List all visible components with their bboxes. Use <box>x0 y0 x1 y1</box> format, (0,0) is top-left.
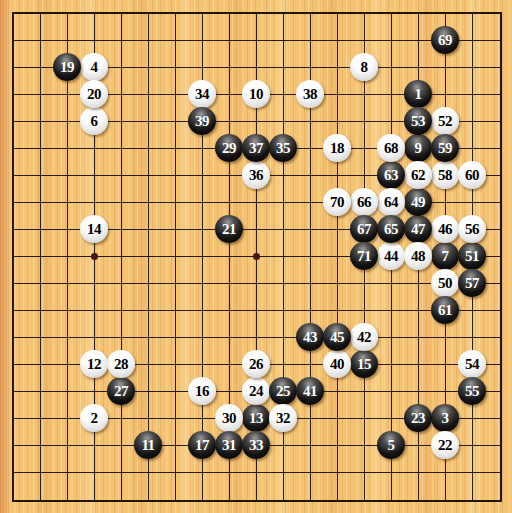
move-number: 43 <box>303 330 317 345</box>
stone-white-O7: 42 <box>350 323 378 351</box>
stone-black-R4: 3 <box>431 404 459 432</box>
stone-black-P13: 63 <box>377 161 405 189</box>
move-number: 2 <box>91 411 98 426</box>
move-number: 48 <box>411 249 425 264</box>
stone-white-L4: 32 <box>269 404 297 432</box>
stone-white-D6: 12 <box>80 350 108 378</box>
stone-white-K16: 10 <box>242 80 270 108</box>
stone-black-S10: 51 <box>458 242 486 270</box>
move-number: 19 <box>60 60 74 75</box>
move-number: 21 <box>222 222 236 237</box>
stone-black-R18: 69 <box>431 26 459 54</box>
stone-black-H15: 39 <box>188 107 216 135</box>
move-number: 45 <box>330 330 344 345</box>
stone-black-O6: 15 <box>350 350 378 378</box>
move-number: 62 <box>411 168 425 183</box>
stone-black-P3: 5 <box>377 431 405 459</box>
grid-line-horizontal <box>13 310 500 311</box>
stone-white-O17: 8 <box>350 53 378 81</box>
move-number: 25 <box>276 384 290 399</box>
stone-black-N7: 45 <box>323 323 351 351</box>
move-number: 51 <box>465 249 479 264</box>
stone-black-P11: 65 <box>377 215 405 243</box>
stone-white-D4: 2 <box>80 404 108 432</box>
move-number: 17 <box>195 438 209 453</box>
stone-white-Q10: 48 <box>404 242 432 270</box>
stone-white-M16: 38 <box>296 80 324 108</box>
move-number: 22 <box>438 438 452 453</box>
stone-white-D16: 20 <box>80 80 108 108</box>
move-number: 68 <box>384 141 398 156</box>
stone-white-N14: 18 <box>323 134 351 162</box>
star-point <box>91 253 98 260</box>
go-board[interactable]: 1234567891011121314151617181920212223242… <box>0 0 512 513</box>
stone-black-R8: 61 <box>431 296 459 324</box>
stone-white-R13: 58 <box>431 161 459 189</box>
move-number: 50 <box>438 276 452 291</box>
move-number: 7 <box>442 249 449 264</box>
stone-black-Q4: 23 <box>404 404 432 432</box>
stone-black-J11: 21 <box>215 215 243 243</box>
move-number: 37 <box>249 141 263 156</box>
move-number: 28 <box>114 357 128 372</box>
move-number: 44 <box>384 249 398 264</box>
move-number: 36 <box>249 168 263 183</box>
move-number: 15 <box>357 357 371 372</box>
stone-white-S11: 56 <box>458 215 486 243</box>
stone-white-P14: 68 <box>377 134 405 162</box>
stone-white-E6: 28 <box>107 350 135 378</box>
stone-black-Q11: 47 <box>404 215 432 243</box>
move-number: 57 <box>465 276 479 291</box>
stone-black-O10: 71 <box>350 242 378 270</box>
stone-white-D15: 6 <box>80 107 108 135</box>
move-number: 31 <box>222 438 236 453</box>
move-number: 61 <box>438 303 452 318</box>
stone-white-R11: 46 <box>431 215 459 243</box>
stone-black-Q12: 49 <box>404 188 432 216</box>
grid-line-vertical <box>337 13 338 500</box>
move-number: 1 <box>415 87 422 102</box>
stone-black-F3: 11 <box>134 431 162 459</box>
stone-white-R15: 52 <box>431 107 459 135</box>
move-number: 71 <box>357 249 371 264</box>
move-number: 35 <box>276 141 290 156</box>
stone-black-K4: 13 <box>242 404 270 432</box>
stone-black-Q14: 9 <box>404 134 432 162</box>
move-number: 4 <box>91 60 98 75</box>
move-number: 53 <box>411 114 425 129</box>
stone-black-O11: 67 <box>350 215 378 243</box>
move-number: 46 <box>438 222 452 237</box>
move-number: 40 <box>330 357 344 372</box>
move-number: 29 <box>222 141 236 156</box>
stone-white-N12: 70 <box>323 188 351 216</box>
stone-black-K3: 33 <box>242 431 270 459</box>
stone-white-N6: 40 <box>323 350 351 378</box>
stone-white-P10: 44 <box>377 242 405 270</box>
stone-black-R10: 7 <box>431 242 459 270</box>
move-number: 67 <box>357 222 371 237</box>
stone-white-D17: 4 <box>80 53 108 81</box>
stone-black-E5: 27 <box>107 377 135 405</box>
stone-black-J3: 31 <box>215 431 243 459</box>
move-number: 65 <box>384 222 398 237</box>
stone-white-K5: 24 <box>242 377 270 405</box>
move-number: 58 <box>438 168 452 183</box>
move-number: 66 <box>357 195 371 210</box>
stone-white-Q13: 62 <box>404 161 432 189</box>
stone-black-M5: 41 <box>296 377 324 405</box>
move-number: 30 <box>222 411 236 426</box>
grid-line-horizontal <box>13 337 500 338</box>
stone-black-L14: 35 <box>269 134 297 162</box>
move-number: 39 <box>195 114 209 129</box>
stone-black-L5: 25 <box>269 377 297 405</box>
move-number: 9 <box>415 141 422 156</box>
stone-white-J4: 30 <box>215 404 243 432</box>
stone-white-K6: 26 <box>242 350 270 378</box>
stone-white-H5: 16 <box>188 377 216 405</box>
move-number: 13 <box>249 411 263 426</box>
move-number: 56 <box>465 222 479 237</box>
move-number: 20 <box>87 87 101 102</box>
move-number: 60 <box>465 168 479 183</box>
move-number: 18 <box>330 141 344 156</box>
grid-line-horizontal <box>13 472 500 473</box>
move-number: 47 <box>411 222 425 237</box>
move-number: 38 <box>303 87 317 102</box>
stone-black-S5: 55 <box>458 377 486 405</box>
stone-black-J14: 29 <box>215 134 243 162</box>
stone-white-P12: 64 <box>377 188 405 216</box>
stone-black-S9: 57 <box>458 269 486 297</box>
move-number: 14 <box>87 222 101 237</box>
move-number: 52 <box>438 114 452 129</box>
move-number: 24 <box>249 384 263 399</box>
stone-white-S13: 60 <box>458 161 486 189</box>
move-number: 3 <box>442 411 449 426</box>
stone-black-Q16: 1 <box>404 80 432 108</box>
move-number: 59 <box>438 141 452 156</box>
stone-white-S6: 54 <box>458 350 486 378</box>
move-number: 5 <box>388 438 395 453</box>
move-number: 6 <box>91 114 98 129</box>
stone-white-R3: 22 <box>431 431 459 459</box>
move-number: 42 <box>357 330 371 345</box>
move-number: 69 <box>438 33 452 48</box>
move-number: 23 <box>411 411 425 426</box>
move-number: 55 <box>465 384 479 399</box>
move-number: 54 <box>465 357 479 372</box>
move-number: 64 <box>384 195 398 210</box>
stone-black-K14: 37 <box>242 134 270 162</box>
stone-black-C17: 19 <box>53 53 81 81</box>
move-number: 34 <box>195 87 209 102</box>
stone-white-D11: 14 <box>80 215 108 243</box>
move-number: 16 <box>195 384 209 399</box>
stone-black-Q15: 53 <box>404 107 432 135</box>
move-number: 33 <box>249 438 263 453</box>
move-number: 63 <box>384 168 398 183</box>
stone-black-M7: 43 <box>296 323 324 351</box>
stone-white-K13: 36 <box>242 161 270 189</box>
star-point <box>253 253 260 260</box>
move-number: 12 <box>87 357 101 372</box>
move-number: 49 <box>411 195 425 210</box>
stone-white-H16: 34 <box>188 80 216 108</box>
move-number: 70 <box>330 195 344 210</box>
move-number: 10 <box>249 87 263 102</box>
stone-white-O12: 66 <box>350 188 378 216</box>
move-number: 32 <box>276 411 290 426</box>
stone-black-R14: 59 <box>431 134 459 162</box>
move-number: 27 <box>114 384 128 399</box>
stone-white-R9: 50 <box>431 269 459 297</box>
move-number: 8 <box>361 60 368 75</box>
move-number: 41 <box>303 384 317 399</box>
move-number: 26 <box>249 357 263 372</box>
stone-black-H3: 17 <box>188 431 216 459</box>
grid-line-horizontal <box>13 283 500 284</box>
move-number: 11 <box>141 438 154 453</box>
